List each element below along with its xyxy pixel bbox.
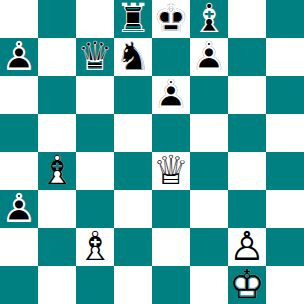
piece-glyph-detail: ♙ — [0, 190, 38, 228]
square-d6[interactable] — [114, 76, 152, 114]
black-pawn[interactable]: ♟♙ — [0, 38, 38, 76]
square-a3[interactable]: ♟♙ — [0, 190, 38, 228]
black-queen[interactable]: ♛♕ — [76, 38, 114, 76]
black-pawn[interactable]: ♟♙ — [0, 190, 38, 228]
square-e8[interactable]: ♚♔ — [152, 0, 190, 38]
square-a1[interactable] — [0, 266, 38, 304]
square-e6[interactable]: ♟♙ — [152, 76, 190, 114]
square-h7[interactable] — [266, 38, 304, 76]
square-g4[interactable] — [228, 152, 266, 190]
white-bishop[interactable]: ♝♗ — [76, 228, 114, 266]
square-d5[interactable] — [114, 114, 152, 152]
piece-glyph-detail: ♙ — [0, 38, 38, 76]
square-h8[interactable] — [266, 0, 304, 38]
square-c4[interactable] — [76, 152, 114, 190]
square-f1[interactable] — [190, 266, 228, 304]
square-h6[interactable] — [266, 76, 304, 114]
square-b6[interactable] — [38, 76, 76, 114]
square-a5[interactable] — [0, 114, 38, 152]
piece-glyph-detail: ♕ — [76, 38, 114, 76]
square-d2[interactable] — [114, 228, 152, 266]
black-king[interactable]: ♚♔ — [152, 0, 190, 38]
white-king[interactable]: ♚♔ — [228, 266, 266, 304]
square-f4[interactable] — [190, 152, 228, 190]
chess-board: ♜♖♚♔♝♗♟♙♛♕♞♘♟♙♟♙♝♗♛♕♟♙♝♗♟♙♚♔ — [0, 0, 304, 304]
square-d4[interactable] — [114, 152, 152, 190]
piece-glyph-detail: ♗ — [38, 152, 76, 190]
square-g7[interactable] — [228, 38, 266, 76]
piece-glyph-detail: ♙ — [152, 76, 190, 114]
square-e2[interactable] — [152, 228, 190, 266]
square-d1[interactable] — [114, 266, 152, 304]
square-g6[interactable] — [228, 76, 266, 114]
square-a6[interactable] — [0, 76, 38, 114]
square-b1[interactable] — [38, 266, 76, 304]
square-g1[interactable]: ♚♔ — [228, 266, 266, 304]
square-f3[interactable] — [190, 190, 228, 228]
square-b2[interactable] — [38, 228, 76, 266]
square-b4[interactable]: ♝♗ — [38, 152, 76, 190]
piece-glyph-detail: ♔ — [228, 266, 266, 304]
square-b3[interactable] — [38, 190, 76, 228]
square-c5[interactable] — [76, 114, 114, 152]
square-f6[interactable] — [190, 76, 228, 114]
black-pawn[interactable]: ♟♙ — [152, 76, 190, 114]
square-c1[interactable] — [76, 266, 114, 304]
piece-glyph-detail: ♗ — [76, 228, 114, 266]
square-b7[interactable] — [38, 38, 76, 76]
piece-glyph-detail: ♔ — [152, 0, 190, 38]
square-f5[interactable] — [190, 114, 228, 152]
square-e3[interactable] — [152, 190, 190, 228]
square-g5[interactable] — [228, 114, 266, 152]
square-c7[interactable]: ♛♕ — [76, 38, 114, 76]
square-c2[interactable]: ♝♗ — [76, 228, 114, 266]
square-h3[interactable] — [266, 190, 304, 228]
white-bishop[interactable]: ♝♗ — [38, 152, 76, 190]
square-e1[interactable] — [152, 266, 190, 304]
piece-glyph-detail: ♘ — [114, 38, 152, 76]
square-h1[interactable] — [266, 266, 304, 304]
square-f7[interactable]: ♟♙ — [190, 38, 228, 76]
square-h5[interactable] — [266, 114, 304, 152]
white-queen[interactable]: ♛♕ — [152, 152, 190, 190]
black-knight[interactable]: ♞♘ — [114, 38, 152, 76]
square-c6[interactable] — [76, 76, 114, 114]
piece-glyph-detail: ♕ — [152, 152, 190, 190]
square-h4[interactable] — [266, 152, 304, 190]
piece-glyph-detail: ♙ — [190, 38, 228, 76]
square-d7[interactable]: ♞♘ — [114, 38, 152, 76]
square-b8[interactable] — [38, 0, 76, 38]
square-d3[interactable] — [114, 190, 152, 228]
square-e4[interactable]: ♛♕ — [152, 152, 190, 190]
black-pawn[interactable]: ♟♙ — [190, 38, 228, 76]
square-a7[interactable]: ♟♙ — [0, 38, 38, 76]
square-g8[interactable] — [228, 0, 266, 38]
square-h2[interactable] — [266, 228, 304, 266]
square-a2[interactable] — [0, 228, 38, 266]
square-f2[interactable] — [190, 228, 228, 266]
